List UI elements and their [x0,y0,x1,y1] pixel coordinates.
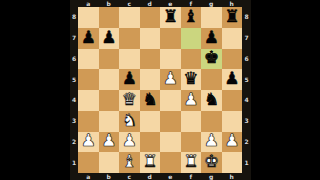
black-king-g6: ♚ [204,49,219,66]
square-c5[interactable]: ♟ [119,69,140,90]
board-corner [70,173,78,180]
rank-label-left-1: 1 [70,152,78,173]
screenshot-stage: abcdefgh8♜♝♜87♟♟♟76♚65♟♟♛♟54♛♞♟♞43♞32♟♟♟… [0,0,320,180]
rank-label-right-8: 8 [242,7,251,28]
square-g7[interactable]: ♟ [201,28,222,49]
rank-label-left-3: 3 [70,111,78,132]
square-d6[interactable] [140,49,161,70]
square-f7[interactable] [181,28,202,49]
square-a4[interactable] [78,90,99,111]
square-b1[interactable] [99,152,120,173]
chess-board: abcdefgh8♜♝♜87♟♟♟76♚65♟♟♛♟54♛♞♟♞43♞32♟♟♟… [70,0,251,180]
white-bishop-c1: ♝ [122,153,137,170]
file-label-e: e [160,173,181,180]
black-knight-g4: ♞ [204,91,219,108]
square-c1[interactable]: ♝ [119,152,140,173]
white-pawn-a2: ♟ [81,132,96,149]
square-c7[interactable] [119,28,140,49]
white-rook-d1: ♜ [142,153,157,170]
square-e3[interactable] [160,111,181,132]
square-e2[interactable] [160,132,181,153]
file-label-d: d [140,0,161,7]
square-e4[interactable] [160,90,181,111]
file-label-a: a [78,173,99,180]
white-pawn-b2: ♟ [101,132,116,149]
file-label-f: f [181,0,202,7]
square-f6[interactable] [181,49,202,70]
white-rook-f1: ♜ [183,153,198,170]
square-g4[interactable]: ♞ [201,90,222,111]
square-d4[interactable]: ♞ [140,90,161,111]
square-a3[interactable] [78,111,99,132]
square-c8[interactable] [119,7,140,28]
square-d3[interactable] [140,111,161,132]
rank-label-right-1: 1 [242,152,251,173]
black-rook-e8: ♜ [163,8,178,25]
square-b2[interactable]: ♟ [99,132,120,153]
square-c2[interactable]: ♟ [119,132,140,153]
board-corner [70,0,78,7]
rank-label-left-5: 5 [70,69,78,90]
square-f2[interactable] [181,132,202,153]
rank-label-right-4: 4 [242,90,251,111]
file-label-g: g [201,0,222,7]
square-d8[interactable] [140,7,161,28]
square-c6[interactable] [119,49,140,70]
square-d2[interactable] [140,132,161,153]
black-pawn-c5: ♟ [122,70,137,87]
square-f5[interactable]: ♛ [181,69,202,90]
rank-label-right-7: 7 [242,28,251,49]
black-pawn-h5: ♟ [224,70,239,87]
square-h6[interactable] [222,49,243,70]
square-d5[interactable] [140,69,161,90]
square-f1[interactable]: ♜ [181,152,202,173]
file-label-f: f [181,173,202,180]
black-pawn-a7: ♟ [81,29,96,46]
square-a1[interactable] [78,152,99,173]
square-g6[interactable]: ♚ [201,49,222,70]
square-d7[interactable] [140,28,161,49]
square-a2[interactable]: ♟ [78,132,99,153]
square-b3[interactable] [99,111,120,132]
white-pawn-e5: ♟ [163,70,178,87]
square-c3[interactable]: ♞ [119,111,140,132]
square-e6[interactable] [160,49,181,70]
rank-label-right-6: 6 [242,49,251,70]
square-b4[interactable] [99,90,120,111]
rank-label-left-2: 2 [70,132,78,153]
square-a6[interactable] [78,49,99,70]
square-g3[interactable] [201,111,222,132]
black-pawn-b7: ♟ [101,29,116,46]
square-h1[interactable] [222,152,243,173]
rank-label-right-2: 2 [242,132,251,153]
square-b5[interactable] [99,69,120,90]
rank-label-left-4: 4 [70,90,78,111]
file-label-a: a [78,0,99,7]
white-pawn-f4: ♟ [183,91,198,108]
square-e1[interactable] [160,152,181,173]
file-label-g: g [201,173,222,180]
file-label-c: c [119,173,140,180]
square-e8[interactable]: ♜ [160,7,181,28]
file-label-h: h [222,173,243,180]
white-pawn-h2: ♟ [224,132,239,149]
white-pawn-g2: ♟ [204,132,219,149]
rank-label-left-6: 6 [70,49,78,70]
file-label-d: d [140,173,161,180]
white-queen-c4: ♛ [122,91,137,108]
square-b6[interactable] [99,49,120,70]
file-label-c: c [119,0,140,7]
square-f4[interactable]: ♟ [181,90,202,111]
rank-label-left-8: 8 [70,7,78,28]
file-label-b: b [99,0,120,7]
rank-label-right-5: 5 [242,69,251,90]
square-a7[interactable]: ♟ [78,28,99,49]
square-e5[interactable]: ♟ [160,69,181,90]
square-h8[interactable]: ♜ [222,7,243,28]
square-g8[interactable] [201,7,222,28]
square-c4[interactable]: ♛ [119,90,140,111]
black-pawn-g7: ♟ [204,29,219,46]
square-f3[interactable] [181,111,202,132]
square-h5[interactable]: ♟ [222,69,243,90]
square-a5[interactable] [78,69,99,90]
black-queen-f5: ♛ [183,70,198,87]
white-pawn-c2: ♟ [122,132,137,149]
file-label-h: h [222,0,243,7]
white-king-g1: ♚ [204,153,219,170]
square-g5[interactable] [201,69,222,90]
board-corner [242,0,251,7]
file-label-e: e [160,0,181,7]
square-a8[interactable] [78,7,99,28]
square-b8[interactable] [99,7,120,28]
rank-label-right-3: 3 [242,111,251,132]
black-knight-d4: ♞ [142,91,157,108]
square-h3[interactable] [222,111,243,132]
file-label-b: b [99,173,120,180]
black-bishop-f8: ♝ [183,8,198,25]
rank-label-left-7: 7 [70,28,78,49]
square-e7[interactable] [160,28,181,49]
square-h2[interactable]: ♟ [222,132,243,153]
square-g1[interactable]: ♚ [201,152,222,173]
square-g2[interactable]: ♟ [201,132,222,153]
square-h7[interactable] [222,28,243,49]
board-corner [242,173,251,180]
white-knight-c3: ♞ [122,112,137,129]
square-d1[interactable]: ♜ [140,152,161,173]
black-rook-h8: ♜ [224,8,239,25]
square-b7[interactable]: ♟ [99,28,120,49]
square-f8[interactable]: ♝ [181,7,202,28]
square-h4[interactable] [222,90,243,111]
